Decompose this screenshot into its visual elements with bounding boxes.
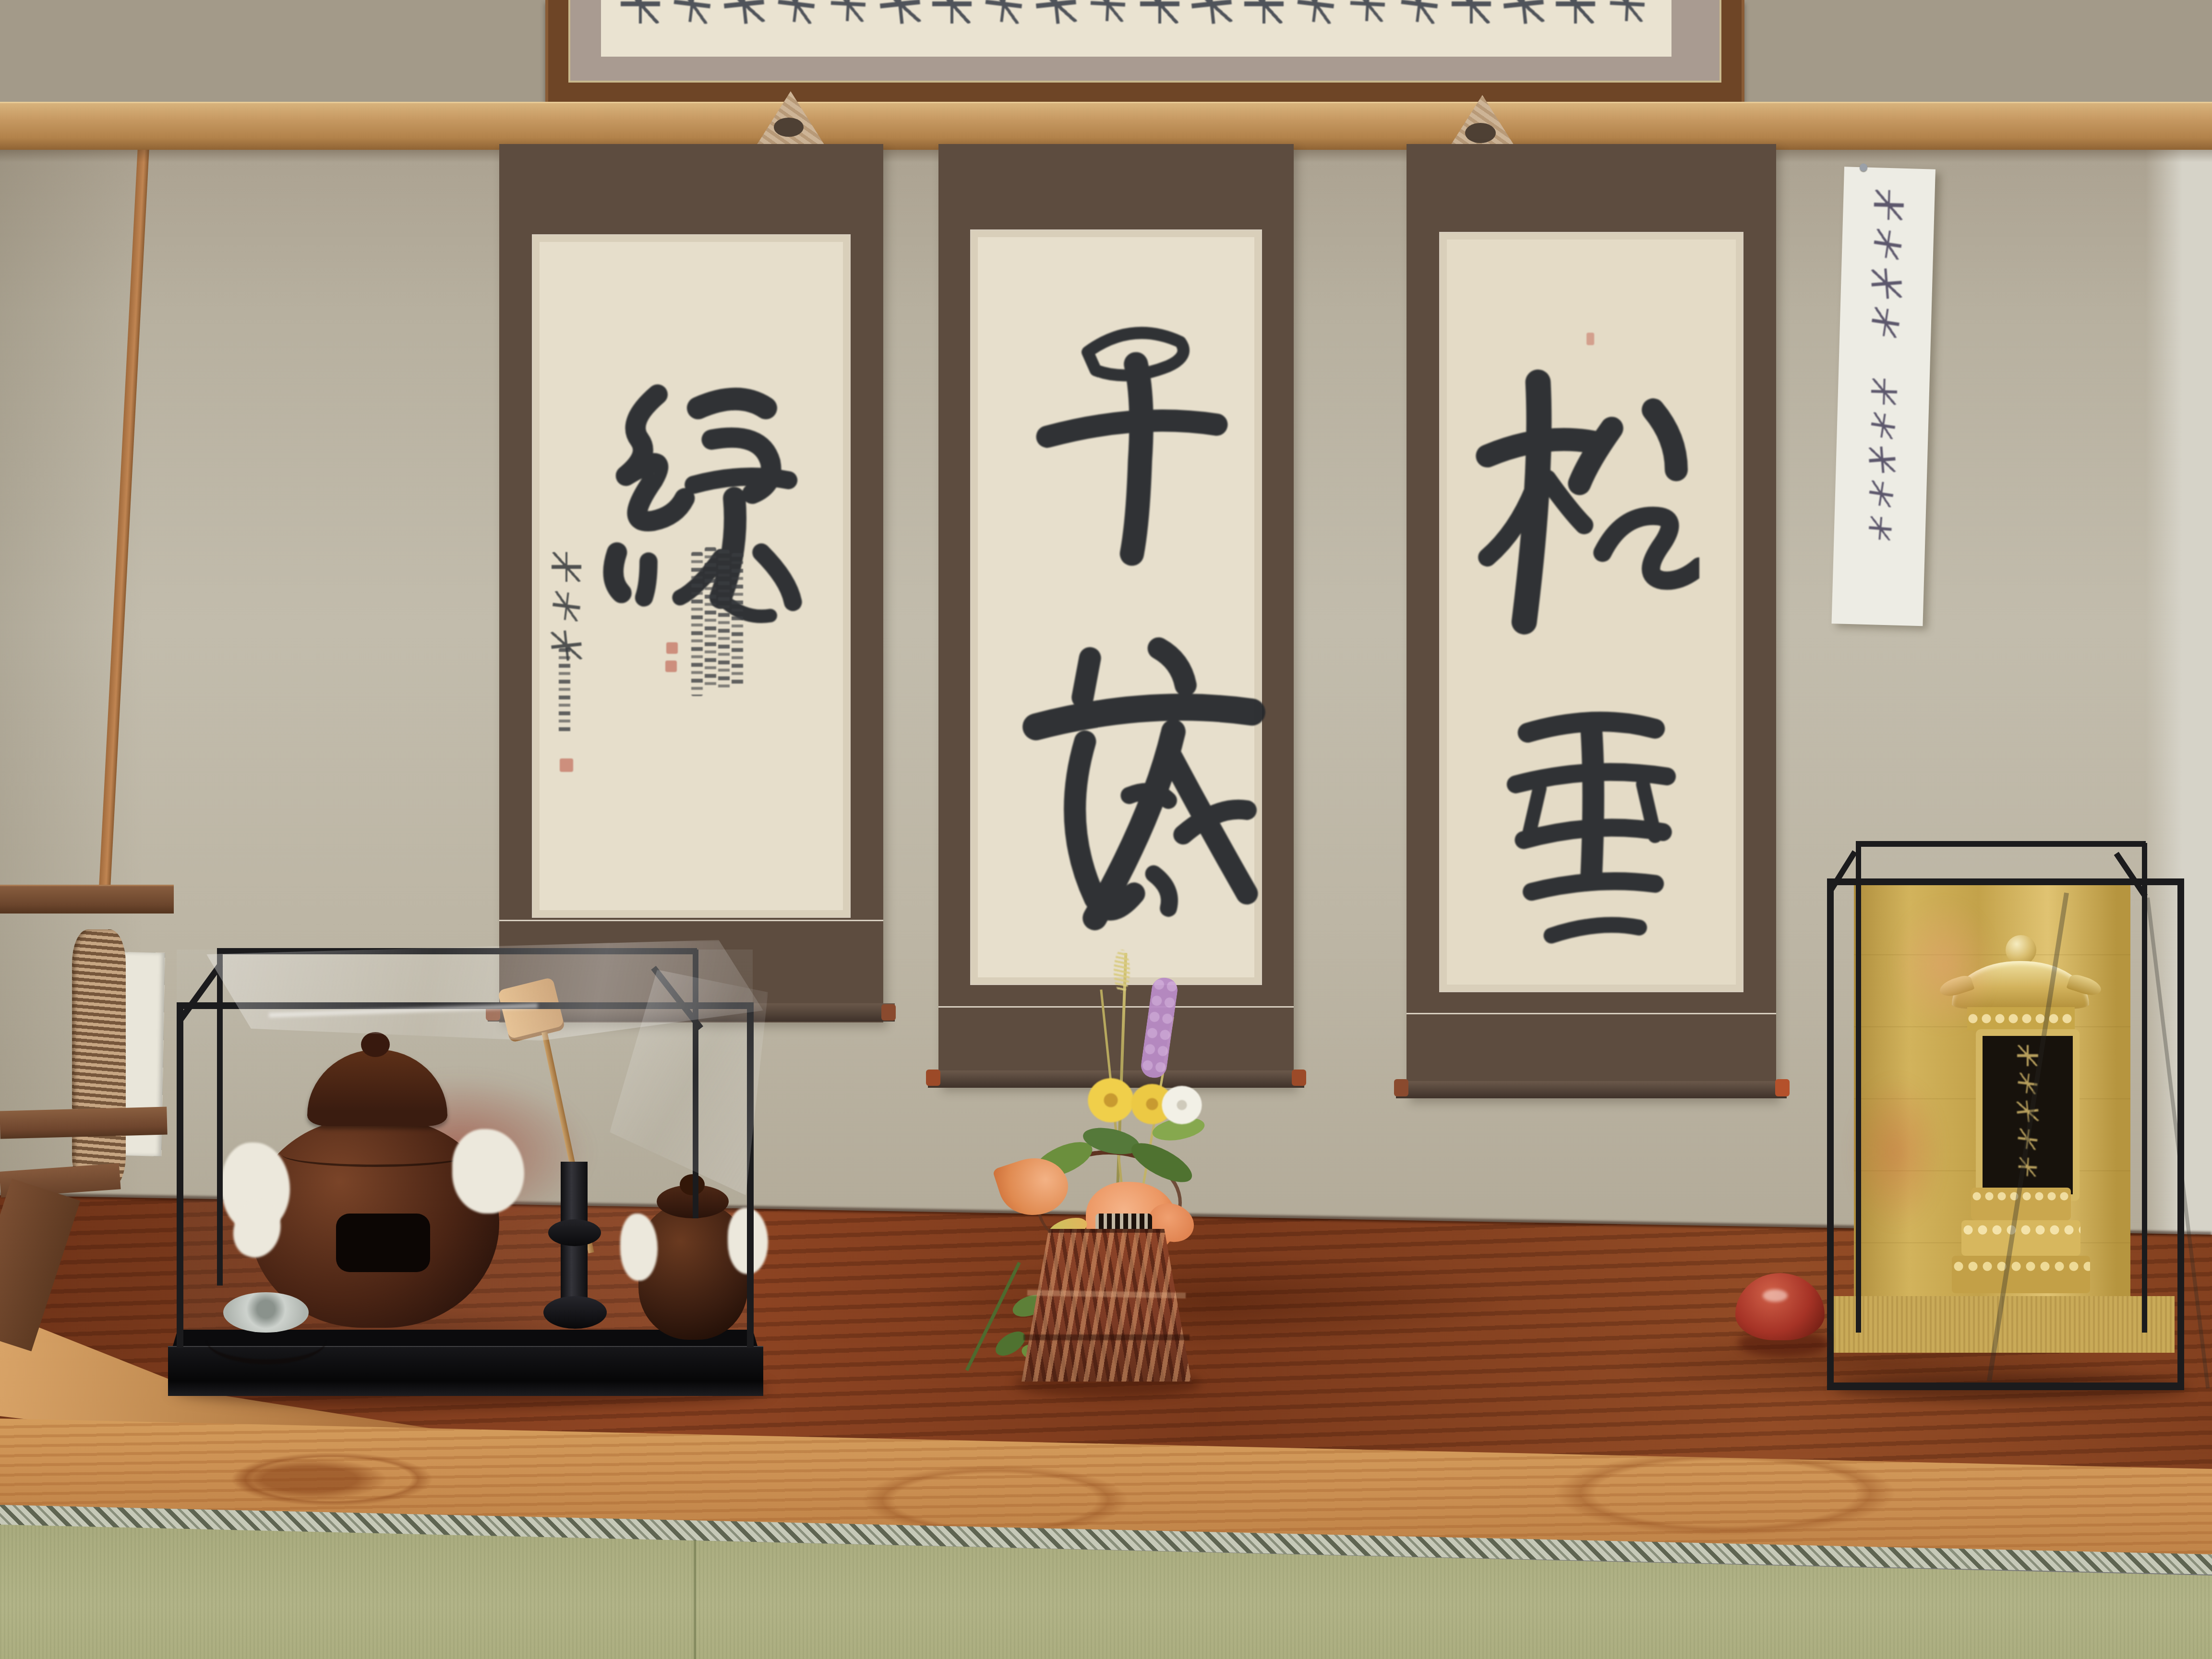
colophon-column bbox=[718, 550, 730, 689]
glyph-mark bbox=[1872, 228, 1904, 260]
kettle-fire-window bbox=[336, 1214, 430, 1272]
glyph-mark bbox=[878, 0, 922, 26]
signature-tail bbox=[559, 648, 570, 734]
glyph-mark bbox=[1502, 0, 1546, 26]
glyph-mark bbox=[1869, 412, 1897, 439]
scroll-paper: 千歳 bbox=[971, 230, 1261, 984]
glyph-mark bbox=[722, 0, 766, 26]
tablet-plaque bbox=[1976, 1029, 2080, 1201]
plaque-text-glyphs bbox=[630, 0, 1638, 30]
glyph-mark bbox=[1556, 0, 1595, 24]
case-frame-post-back-left bbox=[1856, 843, 1861, 1333]
glyph-mark bbox=[672, 0, 713, 24]
ladle-stand-flare bbox=[548, 1219, 601, 1246]
tea-caddy-knob bbox=[680, 1174, 705, 1195]
glyph-mark bbox=[2017, 1045, 2038, 1066]
glyph-mark bbox=[1244, 0, 1284, 24]
basket-weave-band bbox=[1023, 1334, 1190, 1340]
glyph-mark bbox=[1874, 190, 1904, 220]
glyph-mark bbox=[551, 591, 582, 622]
hanging-scroll-left: 緑 bbox=[499, 144, 883, 1022]
glyph-mark bbox=[1868, 516, 1892, 541]
tablet-finial-ball bbox=[2006, 935, 2036, 965]
grass-spikelet bbox=[1114, 950, 1130, 993]
case-frame-post-front-left bbox=[177, 1003, 183, 1348]
colophon-column bbox=[732, 553, 743, 687]
sai-strokes bbox=[1019, 634, 1269, 977]
hanger-hole-right bbox=[1465, 123, 1496, 143]
glyph-mark bbox=[1871, 378, 1897, 405]
scroll-paper: 緑 bbox=[533, 235, 850, 917]
label-line2-glyphs bbox=[1861, 374, 1904, 546]
hanging-scroll-right: 松垂 bbox=[1407, 144, 1776, 1098]
hanging-scroll-center: 千歳 bbox=[938, 144, 1294, 1087]
scroll-paper: 松垂 bbox=[1440, 233, 1743, 991]
roller-knob bbox=[1394, 1079, 1408, 1096]
glyph-mark bbox=[1452, 0, 1491, 24]
colophon-column bbox=[705, 547, 716, 689]
right-case-glass-reflection-pink bbox=[1891, 898, 1997, 1032]
label-pin bbox=[1860, 163, 1867, 171]
case-frame-post-back-right bbox=[2142, 843, 2147, 1333]
scroll-bottom-band-line bbox=[499, 920, 883, 921]
case-frame-post-front-left bbox=[1827, 879, 1834, 1389]
tea-bowl-highlight bbox=[1763, 1289, 1788, 1302]
red-seal bbox=[560, 758, 573, 772]
glyph-mark bbox=[1870, 307, 1901, 338]
white-cloth bbox=[620, 1214, 658, 1281]
red-seal bbox=[666, 642, 678, 654]
scroll-bottom-band-line bbox=[938, 1006, 1294, 1008]
signature-yokoyama: 横山出 bbox=[547, 547, 586, 749]
hanger-hole-left bbox=[774, 118, 804, 137]
glyph-mark bbox=[552, 552, 581, 582]
yellow-daisy bbox=[1088, 1078, 1134, 1122]
roller-knob bbox=[1775, 1079, 1790, 1096]
tatami-seam bbox=[694, 1540, 696, 1659]
flower-basket bbox=[1022, 1229, 1191, 1382]
glyph-mark bbox=[776, 0, 817, 24]
glyph-mark bbox=[1399, 0, 1440, 24]
tablet-base-tier3 bbox=[1952, 1256, 2090, 1293]
case-frame-post-front-right bbox=[2177, 879, 2184, 1389]
matsu-strokes bbox=[1469, 326, 1699, 696]
driftwood-board bbox=[72, 929, 126, 1190]
glyph-mark bbox=[1295, 0, 1336, 24]
calligraphy-sai bbox=[1019, 634, 1269, 977]
kettle-shoulder-line bbox=[282, 1142, 469, 1167]
wood-beam bbox=[0, 102, 2212, 150]
scroll-bottom-band-line bbox=[1407, 1013, 1776, 1014]
glyph-mark bbox=[1867, 481, 1895, 508]
glyph-mark bbox=[1190, 0, 1234, 26]
glyph-mark bbox=[1609, 0, 1646, 22]
sen-strokes bbox=[1031, 278, 1233, 619]
calligraphy-matsu bbox=[1469, 326, 1699, 696]
roller-knob bbox=[1292, 1070, 1306, 1086]
glyph-mark bbox=[621, 0, 660, 24]
signature-glyphs bbox=[547, 547, 586, 665]
label-card-ono-kozan: 小野湖山 童時代の書 bbox=[1831, 167, 1935, 626]
glyph-mark bbox=[1868, 445, 1896, 474]
glyph-mark bbox=[984, 0, 1024, 24]
red-seal bbox=[665, 661, 677, 672]
glyph-mark bbox=[1090, 0, 1126, 22]
glyph-mark bbox=[1034, 0, 1078, 26]
wall-rail-upper bbox=[0, 885, 174, 914]
glyph-mark bbox=[1349, 0, 1386, 22]
case-frame-top-back bbox=[1856, 841, 2146, 847]
ladle-stand-base bbox=[543, 1296, 607, 1329]
scroll-roller bbox=[1396, 1081, 1787, 1098]
calligraphy-sen bbox=[1031, 278, 1233, 619]
label-line1-glyphs bbox=[1863, 185, 1911, 343]
roller-knob bbox=[881, 1004, 896, 1021]
right-case-glass-reflection-red bbox=[1848, 1075, 1944, 1229]
calligraphy-taru bbox=[1467, 701, 1716, 979]
plaque-paper: 全壇水呈清山時横秋満田頭伝共子大迷行娘山 bbox=[601, 0, 1671, 57]
glyph-mark bbox=[1140, 0, 1179, 24]
roller-knob bbox=[926, 1070, 940, 1086]
case-frame-bottom-front bbox=[1827, 1382, 2184, 1390]
glyph-mark bbox=[932, 0, 972, 24]
photo-tokonoma-alcove: 全壇水呈清山時横秋満田頭伝共子大迷行娘山 緑 bbox=[0, 0, 2212, 1659]
tea-kettle-knob bbox=[361, 1032, 390, 1057]
framed-calligraphy-plaque: 全壇水呈清山時横秋満田頭伝共子大迷行娘山 bbox=[545, 0, 1744, 106]
wall-rail-middle bbox=[0, 1106, 168, 1139]
glyph-mark bbox=[1870, 267, 1903, 300]
dark-cord bbox=[206, 1316, 326, 1364]
colophon-column bbox=[691, 552, 703, 696]
glyph-mark bbox=[830, 0, 866, 22]
taru-strokes bbox=[1467, 701, 1716, 979]
case-frame-post-back-left bbox=[217, 950, 223, 1286]
white-daisy bbox=[1162, 1086, 1202, 1124]
tablet-base-tier2 bbox=[1961, 1220, 2080, 1256]
